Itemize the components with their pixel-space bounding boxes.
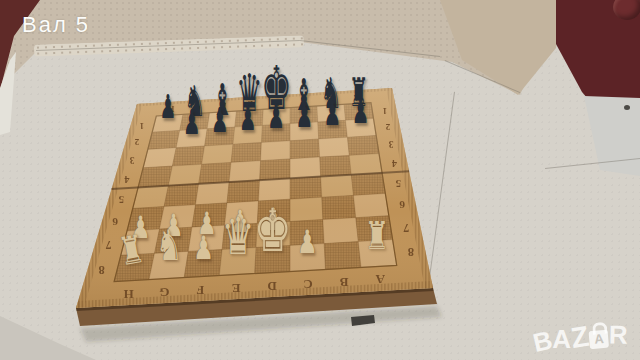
file-label-near-c: C <box>303 277 312 292</box>
file-label-near-g: G <box>159 285 169 300</box>
watermark-text: Вал 5 <box>22 12 90 38</box>
rank-label-right-1: 1 <box>383 106 387 116</box>
rank-label-left-2: 2 <box>134 137 139 147</box>
rank-label-right-5: 5 <box>396 178 401 190</box>
file-label-far-f: F <box>221 101 226 110</box>
rank-label-left-3: 3 <box>130 155 135 166</box>
file-label-near-h: H <box>124 287 134 302</box>
file-label-far-g: G <box>195 103 201 112</box>
rank-label-left-7: 7 <box>106 238 112 252</box>
file-label-near-a: A <box>375 272 385 287</box>
file-label-far-a: A <box>353 93 359 102</box>
rank-label-left-6: 6 <box>112 216 118 228</box>
logo-letter: R <box>609 323 628 347</box>
rank-label-right-7: 7 <box>403 221 409 235</box>
rank-label-right-3: 3 <box>389 139 394 150</box>
file-label-near-d: D <box>267 279 276 294</box>
file-label-far-b: B <box>327 94 332 103</box>
shopping-bag-icon: A <box>589 330 609 350</box>
rank-label-left-4: 4 <box>124 174 129 185</box>
chess-board: HHGGFFEEDDCCBBAA1122334455667788 <box>0 0 640 360</box>
file-label-far-e: E <box>248 99 253 108</box>
file-label-near-f: F <box>196 283 204 298</box>
rank-label-right-4: 4 <box>392 158 397 169</box>
rank-label-left-5: 5 <box>119 194 124 206</box>
logo-letter: A <box>552 327 571 350</box>
logo-letter: B <box>531 328 555 355</box>
logo-letter: Z <box>569 323 591 352</box>
file-label-far-h: H <box>168 104 174 113</box>
rank-label-right-8: 8 <box>408 245 414 259</box>
rank-label-right-6: 6 <box>399 199 405 211</box>
file-label-far-d: D <box>274 98 280 107</box>
file-label-far-c: C <box>301 96 306 105</box>
rank-label-left-1: 1 <box>140 121 144 131</box>
bag-letter: A <box>589 332 609 347</box>
rank-label-right-2: 2 <box>385 122 390 132</box>
bazar-logo: BAZAR <box>532 320 629 354</box>
rank-label-left-8: 8 <box>98 263 104 277</box>
file-label-near-b: B <box>340 275 349 290</box>
file-label-near-e: E <box>232 281 241 296</box>
